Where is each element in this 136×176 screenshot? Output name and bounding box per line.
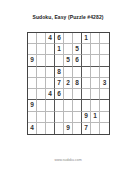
sudoku-cell-empty [100,44,109,55]
sudoku-cell-empty [100,55,109,66]
sudoku-cell-given: 9 [28,100,37,111]
page-title: Sudoku, Easy (Puzzle #4282) [0,14,136,20]
sudoku-cell-given: 6 [55,89,64,100]
sudoku-cell-empty [37,100,46,111]
sudoku-cell-empty [37,89,46,100]
sudoku-cell-empty [91,44,100,55]
sudoku-cell-empty [64,67,73,78]
sudoku-cell-empty [82,100,91,111]
sudoku-cell-given: 9 [28,55,37,66]
sudoku-cell-empty [37,33,46,44]
sudoku-cell-empty [100,89,109,100]
sudoku-cell-empty [73,33,82,44]
sudoku-cell-given: 1 [55,44,64,55]
sudoku-cell-empty [73,89,82,100]
sudoku-cell-empty [37,44,46,55]
sudoku-board: 461159568728346991497 [27,32,110,135]
sudoku-cell-given: 5 [73,44,82,55]
sudoku-cell-given: 6 [73,55,82,66]
sudoku-cell-empty [64,100,73,111]
sudoku-cell-empty [46,123,55,134]
sudoku-cell-empty [28,44,37,55]
sudoku-cell-empty [73,100,82,111]
sudoku-cell-empty [37,67,46,78]
sudoku-cell-empty [64,112,73,123]
sudoku-cell-given: 7 [82,123,91,134]
sudoku-cell-empty [100,67,109,78]
sudoku-grid: 461159568728346991497 [28,33,109,134]
sudoku-cell-empty [73,112,82,123]
sudoku-cell-given [100,123,109,134]
sudoku-cell-empty [82,55,91,66]
sudoku-cell-empty [37,112,46,123]
sudoku-cell-empty [82,44,91,55]
footer-url: www.sudoku.com [0,158,136,162]
sudoku-cell-given: 3 [100,78,109,89]
sudoku-cell-given: 8 [55,67,64,78]
sudoku-cell-given: 6 [55,33,64,44]
sudoku-cell-empty [64,89,73,100]
sudoku-cell-empty [82,78,91,89]
sudoku-cell-empty [46,112,55,123]
sudoku-cell-given: 9 [64,123,73,134]
sudoku-cell-empty [28,33,37,44]
sudoku-cell-empty [91,100,100,111]
sudoku-cell-empty [28,78,37,89]
sudoku-cell-empty [73,123,82,134]
sudoku-cell-empty [91,33,100,44]
sudoku-cell-empty [73,67,82,78]
sudoku-cell-empty [55,123,64,134]
sudoku-cell-empty [91,89,100,100]
sudoku-cell-empty [46,67,55,78]
sudoku-cell-empty [55,112,64,123]
sudoku-cell-given: 4 [28,123,37,134]
sudoku-cell-given: 1 [91,112,100,123]
sudoku-cell-empty [46,55,55,66]
sudoku-cell-given: 5 [64,55,73,66]
sudoku-cell-empty [46,78,55,89]
sudoku-cell-empty [91,123,100,134]
sudoku-cell-empty [37,123,46,134]
sudoku-cell-empty [46,44,55,55]
sudoku-cell-empty [91,67,100,78]
sudoku-cell-empty [91,55,100,66]
sudoku-cell-empty [91,78,100,89]
sudoku-cell-empty [37,55,46,66]
sudoku-cell-empty [55,100,64,111]
sudoku-cell-empty [28,112,37,123]
sudoku-cell-given: 2 [64,78,73,89]
sudoku-cell-given: 9 [82,112,91,123]
sudoku-cell-given: 1 [82,33,91,44]
sudoku-cell-given: 7 [55,78,64,89]
sudoku-cell-given: 8 [73,78,82,89]
sudoku-cell-given: 4 [46,89,55,100]
sudoku-cell-empty [28,67,37,78]
sudoku-cell-empty [82,89,91,100]
sudoku-cell-empty [100,100,109,111]
sudoku-cell-empty [64,44,73,55]
sudoku-cell-empty [100,33,109,44]
sudoku-cell-given: 4 [46,33,55,44]
sudoku-cell-empty [55,55,64,66]
sudoku-cell-empty [64,33,73,44]
sudoku-cell-empty [28,89,37,100]
sudoku-cell-empty [46,100,55,111]
sudoku-cell-empty [82,67,91,78]
sudoku-cell-empty [37,78,46,89]
sudoku-cell-empty [100,112,109,123]
